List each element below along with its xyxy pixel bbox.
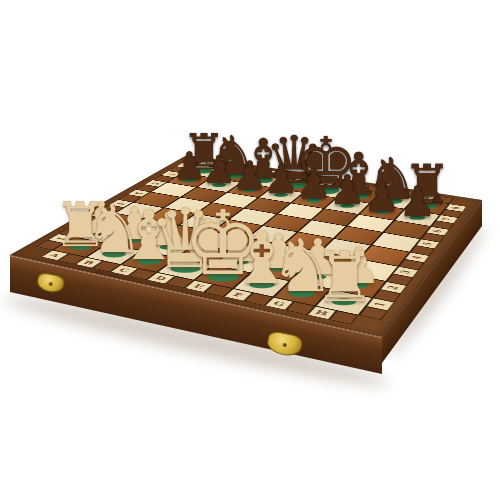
piece-black-pawn[interactable]: ♟ xyxy=(232,156,267,195)
pieces-layer: ♜♞♝♛♚♝♞♜♟♟♟♟♟♟♟♟♟♟♟♟♟♟♟♟♜♞♝♛♚♝♞♜ xyxy=(0,0,500,500)
piece-black-pawn[interactable]: ♟ xyxy=(296,165,332,205)
piece-black-pawn[interactable]: ♟ xyxy=(329,170,366,211)
piece-black-pawn[interactable]: ♟ xyxy=(398,181,436,223)
piece-black-pawn[interactable]: ♟ xyxy=(202,151,237,190)
piece-white-rook[interactable]: ♜ xyxy=(313,241,375,311)
piece-black-pawn[interactable]: ♟ xyxy=(363,176,400,218)
chess-set-photo: ABCDEFGH ABCDEFGH 87654321 87654321 ♜♞♝♛… xyxy=(0,0,500,500)
piece-black-pawn[interactable]: ♟ xyxy=(263,161,299,201)
